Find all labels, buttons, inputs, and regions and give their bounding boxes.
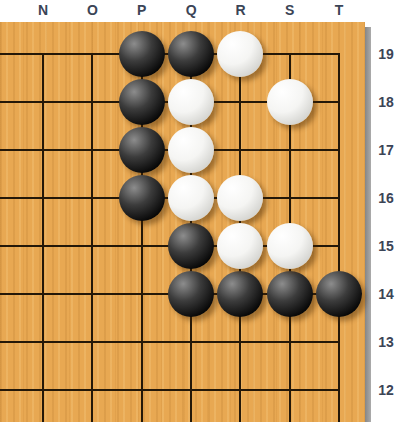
- row-label-19: 19: [371, 45, 401, 63]
- white-stone-S15[interactable]: [267, 223, 313, 269]
- black-stone-Q15[interactable]: [168, 223, 214, 269]
- column-label-N: N: [33, 1, 53, 19]
- black-stone-P17[interactable]: [119, 127, 165, 173]
- white-stone-Q18[interactable]: [168, 79, 214, 125]
- black-stone-P16[interactable]: [119, 175, 165, 221]
- black-stone-P19[interactable]: [119, 31, 165, 77]
- row-label-12: 12: [371, 381, 401, 399]
- black-stone-S14[interactable]: [267, 271, 313, 317]
- row-label-17: 17: [371, 141, 401, 159]
- white-stone-Q16[interactable]: [168, 175, 214, 221]
- grid-line-col-O: [91, 53, 93, 422]
- column-label-M: M: [0, 1, 4, 19]
- grid-line-row-13: [0, 341, 340, 343]
- column-label-P: P: [132, 1, 152, 19]
- column-label-T: T: [329, 1, 349, 19]
- row-label-15: 15: [371, 237, 401, 255]
- row-label-14: 14: [371, 285, 401, 303]
- black-stone-P18[interactable]: [119, 79, 165, 125]
- row-label-16: 16: [371, 189, 401, 207]
- grid-line-col-T: [338, 53, 340, 422]
- column-label-R: R: [230, 1, 250, 19]
- row-label-13: 13: [371, 333, 401, 351]
- grid-line-row-12: [0, 389, 340, 391]
- column-label-O: O: [82, 1, 102, 19]
- row-label-18: 18: [371, 93, 401, 111]
- grid-line-col-N: [42, 53, 44, 422]
- column-label-Q: Q: [181, 1, 201, 19]
- white-stone-Q17[interactable]: [168, 127, 214, 173]
- board-edge-shadow: [365, 27, 371, 422]
- white-stone-S18[interactable]: [267, 79, 313, 125]
- go-board-app: MNOPQRST1918171615141312: [0, 0, 405, 422]
- column-label-S: S: [280, 1, 300, 19]
- black-stone-Q19[interactable]: [168, 31, 214, 77]
